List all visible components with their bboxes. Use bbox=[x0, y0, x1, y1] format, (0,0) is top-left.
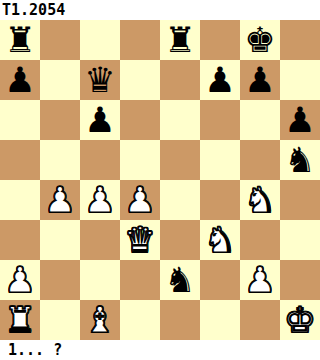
piece-black-pawn[interactable]: ♟ bbox=[284, 100, 315, 140]
square-a2[interactable]: ♟ bbox=[0, 260, 40, 300]
piece-white-king[interactable]: ♚ bbox=[284, 300, 315, 340]
piece-black-pawn[interactable]: ♟ bbox=[244, 60, 275, 100]
square-c1[interactable]: ♝ bbox=[80, 300, 120, 340]
square-c6[interactable]: ♟ bbox=[80, 100, 120, 140]
square-d5[interactable] bbox=[120, 140, 160, 180]
square-b3[interactable] bbox=[40, 220, 80, 260]
piece-black-knight[interactable]: ♞ bbox=[284, 140, 315, 180]
square-f3[interactable]: ♞ bbox=[200, 220, 240, 260]
square-d2[interactable] bbox=[120, 260, 160, 300]
square-e2[interactable]: ♞ bbox=[160, 260, 200, 300]
piece-black-queen[interactable]: ♛ bbox=[84, 60, 115, 100]
square-f2[interactable] bbox=[200, 260, 240, 300]
piece-black-rook[interactable]: ♜ bbox=[164, 20, 195, 60]
square-a1[interactable]: ♜ bbox=[0, 300, 40, 340]
square-f5[interactable] bbox=[200, 140, 240, 180]
square-h8[interactable] bbox=[280, 20, 320, 60]
square-g3[interactable] bbox=[240, 220, 280, 260]
square-c5[interactable] bbox=[80, 140, 120, 180]
square-f8[interactable] bbox=[200, 20, 240, 60]
square-e8[interactable]: ♜ bbox=[160, 20, 200, 60]
piece-white-pawn[interactable]: ♟ bbox=[84, 180, 115, 220]
piece-black-pawn[interactable]: ♟ bbox=[4, 60, 35, 100]
square-c4[interactable]: ♟ bbox=[80, 180, 120, 220]
piece-black-rook[interactable]: ♜ bbox=[4, 20, 35, 60]
title-bar: T1.2054 bbox=[0, 0, 320, 20]
square-g5[interactable] bbox=[240, 140, 280, 180]
piece-white-pawn[interactable]: ♟ bbox=[44, 180, 75, 220]
square-d7[interactable] bbox=[120, 60, 160, 100]
move-prompt: 1... ? bbox=[0, 340, 62, 360]
square-g8[interactable]: ♚ bbox=[240, 20, 280, 60]
square-b4[interactable]: ♟ bbox=[40, 180, 80, 220]
square-a8[interactable]: ♜ bbox=[0, 20, 40, 60]
square-e7[interactable] bbox=[160, 60, 200, 100]
square-e3[interactable] bbox=[160, 220, 200, 260]
piece-white-rook[interactable]: ♜ bbox=[4, 300, 35, 340]
status-bar: 1... ? bbox=[0, 340, 320, 360]
square-g6[interactable] bbox=[240, 100, 280, 140]
piece-white-pawn[interactable]: ♟ bbox=[244, 260, 275, 300]
square-e1[interactable] bbox=[160, 300, 200, 340]
square-f7[interactable]: ♟ bbox=[200, 60, 240, 100]
square-h6[interactable]: ♟ bbox=[280, 100, 320, 140]
square-a4[interactable] bbox=[0, 180, 40, 220]
square-d8[interactable] bbox=[120, 20, 160, 60]
square-d1[interactable] bbox=[120, 300, 160, 340]
square-h2[interactable] bbox=[280, 260, 320, 300]
square-b6[interactable] bbox=[40, 100, 80, 140]
square-h1[interactable]: ♚ bbox=[280, 300, 320, 340]
square-h3[interactable] bbox=[280, 220, 320, 260]
square-g1[interactable] bbox=[240, 300, 280, 340]
square-c7[interactable]: ♛ bbox=[80, 60, 120, 100]
square-e4[interactable] bbox=[160, 180, 200, 220]
piece-black-knight[interactable]: ♞ bbox=[164, 260, 195, 300]
square-d4[interactable]: ♟ bbox=[120, 180, 160, 220]
square-a7[interactable]: ♟ bbox=[0, 60, 40, 100]
chess-board: ♜♜♚♟♛♟♟♟♟♞♟♟♟♞♛♞♟♞♟♜♝♚ bbox=[0, 20, 320, 340]
square-a3[interactable] bbox=[0, 220, 40, 260]
puzzle-id: T1.2054 bbox=[0, 0, 65, 20]
square-d3[interactable]: ♛ bbox=[120, 220, 160, 260]
square-f1[interactable] bbox=[200, 300, 240, 340]
square-a6[interactable] bbox=[0, 100, 40, 140]
piece-white-knight[interactable]: ♞ bbox=[244, 180, 275, 220]
square-b5[interactable] bbox=[40, 140, 80, 180]
square-g4[interactable]: ♞ bbox=[240, 180, 280, 220]
square-g2[interactable]: ♟ bbox=[240, 260, 280, 300]
square-h5[interactable]: ♞ bbox=[280, 140, 320, 180]
square-f4[interactable] bbox=[200, 180, 240, 220]
square-b7[interactable] bbox=[40, 60, 80, 100]
square-f6[interactable] bbox=[200, 100, 240, 140]
square-h4[interactable] bbox=[280, 180, 320, 220]
square-g7[interactable]: ♟ bbox=[240, 60, 280, 100]
piece-white-bishop[interactable]: ♝ bbox=[84, 300, 115, 340]
square-e6[interactable] bbox=[160, 100, 200, 140]
square-a5[interactable] bbox=[0, 140, 40, 180]
piece-black-pawn[interactable]: ♟ bbox=[84, 100, 115, 140]
square-b1[interactable] bbox=[40, 300, 80, 340]
square-b2[interactable] bbox=[40, 260, 80, 300]
piece-black-pawn[interactable]: ♟ bbox=[204, 60, 235, 100]
square-c8[interactable] bbox=[80, 20, 120, 60]
square-c3[interactable] bbox=[80, 220, 120, 260]
piece-white-queen[interactable]: ♛ bbox=[124, 220, 155, 260]
square-e5[interactable] bbox=[160, 140, 200, 180]
piece-black-king[interactable]: ♚ bbox=[244, 20, 275, 60]
square-c2[interactable] bbox=[80, 260, 120, 300]
piece-white-pawn[interactable]: ♟ bbox=[4, 260, 35, 300]
square-h7[interactable] bbox=[280, 60, 320, 100]
piece-white-pawn[interactable]: ♟ bbox=[124, 180, 155, 220]
square-d6[interactable] bbox=[120, 100, 160, 140]
square-b8[interactable] bbox=[40, 20, 80, 60]
piece-white-knight[interactable]: ♞ bbox=[204, 220, 235, 260]
